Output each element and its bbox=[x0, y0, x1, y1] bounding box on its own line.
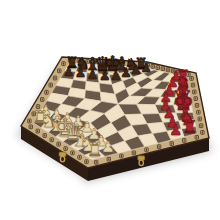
border-coordinate-glyph bbox=[194, 91, 195, 93]
product-photo: ♜♞♜♞♝♝♛♚♟♟♟♟♟♟♟♟♟♜♟♞♟♝♟♛♚♟♟♝♟♟♜♟♞♟♟♞♝♟♜♟… bbox=[0, 0, 220, 220]
border-coordinate-glyph bbox=[51, 139, 52, 141]
border-coordinate-glyph bbox=[59, 70, 60, 72]
border-coordinate-glyph bbox=[121, 155, 122, 157]
piece-natural-rook: ♜ bbox=[87, 139, 104, 160]
border-coordinate-glyph bbox=[79, 156, 80, 158]
border-coordinate-glyph bbox=[168, 69, 169, 71]
border-coordinate-glyph bbox=[29, 120, 30, 122]
border-coordinate-glyph bbox=[162, 68, 163, 70]
border-coordinate-glyph bbox=[108, 158, 109, 160]
piece-red-pawn: ♟ bbox=[169, 122, 182, 138]
piece-brown-pawn: ♟ bbox=[120, 65, 131, 80]
border-coordinate-glyph bbox=[193, 84, 194, 86]
border-coordinate-glyph bbox=[198, 111, 199, 113]
border-coordinate-glyph bbox=[86, 161, 87, 163]
border-coordinate-glyph bbox=[44, 135, 45, 137]
piece-brown-pawn: ♟ bbox=[141, 60, 152, 75]
border-coordinate-glyph bbox=[96, 161, 97, 163]
border-coordinate-glyph bbox=[197, 104, 198, 106]
piece-brown-pawn: ♟ bbox=[99, 68, 111, 83]
border-coordinate-glyph bbox=[55, 77, 56, 79]
border-coordinate-glyph bbox=[159, 146, 160, 148]
piece-red-rook: ♜ bbox=[182, 117, 198, 137]
border-coordinate-glyph bbox=[37, 130, 38, 132]
piece-brown-pawn: ♟ bbox=[130, 62, 141, 77]
border-coordinate-glyph bbox=[146, 149, 147, 151]
border-coordinate-glyph bbox=[46, 91, 47, 93]
border-coordinate-glyph bbox=[184, 140, 185, 142]
border-coordinate-glyph bbox=[50, 84, 51, 86]
border-coordinate-glyph bbox=[72, 152, 73, 154]
piece-brown-pawn: ♟ bbox=[75, 65, 86, 80]
piece-brown-pawn: ♟ bbox=[110, 68, 121, 83]
piece-natural-pawn: ♟ bbox=[101, 138, 114, 156]
border-coordinate-glyph bbox=[65, 148, 66, 150]
border-coordinate-glyph bbox=[157, 67, 158, 69]
piece-brown-pawn: ♟ bbox=[63, 64, 74, 79]
border-coordinate-glyph bbox=[171, 143, 172, 145]
border-coordinate-glyph bbox=[30, 126, 31, 128]
border-coordinate-glyph bbox=[201, 125, 202, 127]
border-coordinate-glyph bbox=[152, 65, 153, 67]
piece-brown-pawn: ♟ bbox=[87, 67, 98, 82]
border-coordinate-glyph bbox=[42, 99, 43, 101]
border-coordinate-glyph bbox=[202, 131, 203, 133]
border-coordinate-glyph bbox=[133, 152, 134, 154]
three-player-chess-board: ♜♞♜♞♝♝♛♚♟♟♟♟♟♟♟♟♟♜♟♞♟♝♟♛♚♟♟♝♟♟♜♟♞♟♟♞♝♟♜♟… bbox=[0, 0, 220, 220]
border-coordinate-glyph bbox=[196, 136, 197, 138]
border-coordinate-glyph bbox=[58, 143, 59, 145]
border-coordinate-glyph bbox=[199, 118, 200, 120]
border-coordinate-glyph bbox=[195, 98, 196, 100]
